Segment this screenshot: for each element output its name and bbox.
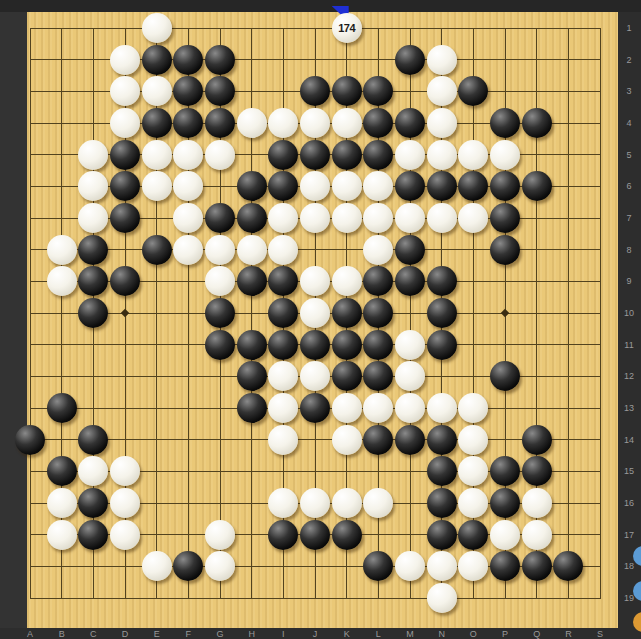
- column-label: A: [27, 629, 33, 639]
- black-stone[interactable]: [78, 235, 108, 265]
- white-stone[interactable]: [110, 108, 140, 138]
- black-stone[interactable]: [458, 520, 488, 550]
- black-stone[interactable]: [490, 108, 520, 138]
- white-stone[interactable]: [268, 425, 298, 455]
- black-stone[interactable]: [363, 330, 393, 360]
- black-stone[interactable]: [110, 203, 140, 233]
- white-stone[interactable]: [142, 140, 172, 170]
- black-stone[interactable]: [205, 298, 235, 328]
- black-stone[interactable]: [522, 171, 552, 201]
- black-stone[interactable]: [237, 393, 267, 423]
- row-label: 15: [624, 466, 634, 476]
- white-stone[interactable]: [332, 425, 362, 455]
- black-stone[interactable]: [427, 520, 457, 550]
- row-label: 8: [626, 245, 631, 255]
- black-stone[interactable]: [332, 520, 362, 550]
- black-stone[interactable]: [395, 235, 425, 265]
- white-stone[interactable]: [395, 203, 425, 233]
- black-stone[interactable]: [395, 425, 425, 455]
- black-stone[interactable]: [490, 235, 520, 265]
- black-stone[interactable]: [142, 45, 172, 75]
- white-stone[interactable]: [47, 266, 77, 296]
- black-stone[interactable]: [237, 330, 267, 360]
- white-stone[interactable]: [173, 235, 203, 265]
- white-stone[interactable]: [363, 235, 393, 265]
- white-stone[interactable]: [205, 140, 235, 170]
- black-stone[interactable]: [15, 425, 45, 455]
- column-label: H: [248, 629, 255, 639]
- white-stone[interactable]: [110, 45, 140, 75]
- white-stone[interactable]: [142, 13, 172, 43]
- white-stone[interactable]: [332, 108, 362, 138]
- black-stone[interactable]: [237, 203, 267, 233]
- row-label: 12: [624, 371, 634, 381]
- black-stone[interactable]: [332, 140, 362, 170]
- white-stone[interactable]: [110, 520, 140, 550]
- column-label: B: [59, 629, 65, 639]
- black-stone[interactable]: [332, 298, 362, 328]
- white-stone[interactable]: [458, 140, 488, 170]
- black-stone[interactable]: [47, 456, 77, 486]
- grid-line-vertical: [600, 28, 601, 599]
- black-stone[interactable]: [300, 330, 330, 360]
- white-stone[interactable]: [268, 235, 298, 265]
- white-stone[interactable]: [458, 425, 488, 455]
- white-stone[interactable]: [300, 298, 330, 328]
- black-stone[interactable]: [427, 488, 457, 518]
- row-label: 9: [626, 276, 631, 286]
- column-label: R: [565, 629, 572, 639]
- row-label: 11: [624, 340, 633, 350]
- white-stone[interactable]: [522, 520, 552, 550]
- white-stone[interactable]: [427, 108, 457, 138]
- black-stone[interactable]: [142, 108, 172, 138]
- white-stone[interactable]: [395, 140, 425, 170]
- white-stone[interactable]: [490, 140, 520, 170]
- black-stone[interactable]: [268, 520, 298, 550]
- white-stone[interactable]: [427, 140, 457, 170]
- black-stone[interactable]: [522, 551, 552, 581]
- column-label: O: [470, 629, 477, 639]
- black-stone[interactable]: [363, 425, 393, 455]
- white-stone[interactable]: [237, 235, 267, 265]
- black-stone[interactable]: [332, 330, 362, 360]
- white-stone[interactable]: [427, 76, 457, 106]
- black-stone[interactable]: [237, 171, 267, 201]
- column-label: P: [502, 629, 508, 639]
- black-stone[interactable]: [47, 393, 77, 423]
- grid-line-horizontal: [30, 598, 601, 599]
- row-label: 1: [626, 23, 631, 33]
- black-stone[interactable]: [395, 108, 425, 138]
- white-stone[interactable]: [47, 520, 77, 550]
- white-stone[interactable]: [395, 393, 425, 423]
- white-stone[interactable]: [47, 235, 77, 265]
- white-stone[interactable]: [78, 140, 108, 170]
- black-stone[interactable]: [522, 108, 552, 138]
- white-stone[interactable]: [427, 203, 457, 233]
- black-stone[interactable]: [490, 488, 520, 518]
- black-stone[interactable]: [363, 140, 393, 170]
- black-stone[interactable]: [205, 108, 235, 138]
- grid-line-vertical: [568, 28, 569, 599]
- column-label: E: [154, 629, 160, 639]
- row-label: 3: [626, 86, 631, 96]
- black-stone[interactable]: [205, 330, 235, 360]
- white-stone[interactable]: [110, 488, 140, 518]
- black-stone[interactable]: [268, 330, 298, 360]
- row-label: 14: [624, 435, 634, 445]
- black-stone[interactable]: [427, 266, 457, 296]
- black-stone[interactable]: [300, 140, 330, 170]
- column-label: C: [90, 629, 97, 639]
- grid-line-horizontal: [30, 439, 601, 440]
- black-stone[interactable]: [427, 330, 457, 360]
- black-stone[interactable]: [395, 45, 425, 75]
- black-stone[interactable]: [237, 266, 267, 296]
- white-stone[interactable]: [142, 551, 172, 581]
- black-stone[interactable]: [205, 203, 235, 233]
- row-label: 4: [626, 118, 631, 128]
- black-stone[interactable]: [332, 361, 362, 391]
- black-stone[interactable]: [427, 171, 457, 201]
- black-stone[interactable]: [522, 456, 552, 486]
- white-stone[interactable]: [395, 330, 425, 360]
- black-stone[interactable]: [427, 425, 457, 455]
- white-stone[interactable]: [427, 393, 457, 423]
- white-stone[interactable]: [427, 551, 457, 581]
- move-number: 174: [332, 13, 362, 43]
- white-stone[interactable]: [142, 76, 172, 106]
- black-stone[interactable]: [332, 76, 362, 106]
- column-label: S: [597, 629, 603, 639]
- white-stone[interactable]: [332, 488, 362, 518]
- black-stone[interactable]: [78, 425, 108, 455]
- column-label: N: [438, 629, 445, 639]
- black-stone[interactable]: [490, 203, 520, 233]
- column-label: M: [406, 629, 414, 639]
- column-label: G: [217, 629, 224, 639]
- row-label: 7: [626, 213, 631, 223]
- white-stone[interactable]: [427, 45, 457, 75]
- white-stone[interactable]: [205, 235, 235, 265]
- white-stone[interactable]: [332, 203, 362, 233]
- white-stone[interactable]: [142, 171, 172, 201]
- row-label: 19: [624, 593, 634, 603]
- black-stone[interactable]: [78, 520, 108, 550]
- white-stone[interactable]: [300, 488, 330, 518]
- black-stone[interactable]: [142, 235, 172, 265]
- column-label: F: [186, 629, 192, 639]
- white-stone[interactable]: [522, 488, 552, 518]
- white-stone[interactable]: [332, 171, 362, 201]
- white-stone[interactable]: [173, 140, 203, 170]
- white-stone[interactable]: [300, 203, 330, 233]
- last-move-stone[interactable]: 174: [332, 13, 362, 43]
- row-label: 2: [626, 55, 631, 65]
- white-stone[interactable]: [332, 393, 362, 423]
- black-stone[interactable]: [237, 361, 267, 391]
- column-label: K: [344, 629, 350, 639]
- white-stone[interactable]: [490, 520, 520, 550]
- column-label: I: [282, 629, 285, 639]
- column-label: L: [376, 629, 381, 639]
- white-stone[interactable]: [47, 488, 77, 518]
- black-stone[interactable]: [427, 456, 457, 486]
- black-stone[interactable]: [205, 45, 235, 75]
- column-label: D: [122, 629, 129, 639]
- white-stone[interactable]: [332, 266, 362, 296]
- title-bar: [0, 0, 641, 12]
- black-stone[interactable]: [173, 45, 203, 75]
- black-stone[interactable]: [268, 140, 298, 170]
- white-stone[interactable]: [237, 108, 267, 138]
- white-stone[interactable]: [300, 108, 330, 138]
- black-stone[interactable]: [300, 393, 330, 423]
- row-label: 13: [624, 403, 634, 413]
- row-label: 10: [624, 308, 634, 318]
- row-label: 17: [624, 530, 634, 540]
- white-stone[interactable]: [427, 583, 457, 613]
- black-stone[interactable]: [110, 140, 140, 170]
- row-label: 6: [626, 181, 631, 191]
- left-frame: [0, 12, 27, 628]
- black-stone[interactable]: [300, 520, 330, 550]
- row-label: 18: [624, 561, 634, 571]
- white-stone[interactable]: [205, 520, 235, 550]
- column-label: J: [313, 629, 318, 639]
- black-stone[interactable]: [427, 298, 457, 328]
- go-app-window: ABCDEFGHIJKLMNOPQRS123456789101112131415…: [0, 0, 641, 639]
- column-label: Q: [533, 629, 540, 639]
- black-stone[interactable]: [522, 425, 552, 455]
- row-label: 5: [626, 150, 631, 160]
- row-label: 16: [624, 498, 634, 508]
